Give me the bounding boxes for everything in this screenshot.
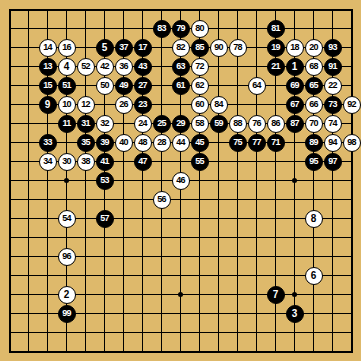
white-stone-18: 18 — [286, 39, 304, 57]
black-stone-97: 97 — [324, 153, 342, 171]
black-stone-33: 33 — [39, 134, 57, 152]
white-stone-24: 24 — [134, 115, 152, 133]
black-stone-63: 63 — [172, 58, 190, 76]
white-stone-94: 94 — [324, 134, 342, 152]
black-stone-69: 69 — [286, 77, 304, 95]
black-stone-91: 91 — [324, 58, 342, 76]
black-stone-77: 77 — [248, 134, 266, 152]
white-stone-32: 32 — [96, 115, 114, 133]
white-stone-82: 82 — [172, 39, 190, 57]
white-stone-76: 76 — [248, 115, 266, 133]
white-stone-44: 44 — [172, 134, 190, 152]
black-stone-39: 39 — [96, 134, 114, 152]
white-stone-42: 42 — [96, 58, 114, 76]
black-stone-47: 47 — [134, 153, 152, 171]
black-stone-21: 21 — [267, 58, 285, 76]
white-stone-68: 68 — [305, 58, 323, 76]
white-stone-78: 78 — [229, 39, 247, 57]
black-stone-57: 57 — [96, 210, 114, 228]
white-stone-10: 10 — [58, 96, 76, 114]
white-stone-30: 30 — [58, 153, 76, 171]
black-stone-71: 71 — [267, 134, 285, 152]
black-stone-37: 37 — [115, 39, 133, 57]
white-stone-56: 56 — [153, 191, 171, 209]
white-stone-90: 90 — [210, 39, 228, 57]
white-stone-96: 96 — [58, 248, 76, 266]
white-stone-14: 14 — [39, 39, 57, 57]
white-stone-50: 50 — [96, 77, 114, 95]
black-stone-61: 61 — [172, 77, 190, 95]
white-stone-8: 8 — [305, 210, 323, 228]
black-stone-83: 83 — [153, 20, 171, 38]
black-stone-9: 9 — [39, 96, 57, 114]
white-stone-52: 52 — [77, 58, 95, 76]
black-stone-81: 81 — [267, 20, 285, 38]
white-stone-28: 28 — [153, 134, 171, 152]
black-stone-11: 11 — [58, 115, 76, 133]
black-stone-75: 75 — [229, 134, 247, 152]
white-stone-36: 36 — [115, 58, 133, 76]
white-stone-40: 40 — [115, 134, 133, 152]
white-stone-64: 64 — [248, 77, 266, 95]
black-stone-41: 41 — [96, 153, 114, 171]
white-stone-92: 92 — [343, 96, 361, 114]
black-stone-59: 59 — [210, 115, 228, 133]
white-stone-62: 62 — [191, 77, 209, 95]
black-stone-15: 15 — [39, 77, 57, 95]
white-stone-48: 48 — [134, 134, 152, 152]
stones-layer: 8379808114165371782859078191820931345242… — [0, 0, 361, 361]
black-stone-93: 93 — [324, 39, 342, 57]
black-stone-5: 5 — [96, 39, 114, 57]
black-stone-49: 49 — [115, 77, 133, 95]
black-stone-23: 23 — [134, 96, 152, 114]
white-stone-66: 66 — [305, 96, 323, 114]
white-stone-74: 74 — [324, 115, 342, 133]
white-stone-4: 4 — [58, 58, 76, 76]
black-stone-27: 27 — [134, 77, 152, 95]
black-stone-35: 35 — [77, 134, 95, 152]
white-stone-20: 20 — [305, 39, 323, 57]
white-stone-34: 34 — [39, 153, 57, 171]
black-stone-73: 73 — [324, 96, 342, 114]
black-stone-87: 87 — [286, 115, 304, 133]
black-stone-17: 17 — [134, 39, 152, 57]
black-stone-85: 85 — [191, 39, 209, 57]
white-stone-22: 22 — [324, 77, 342, 95]
black-stone-95: 95 — [305, 153, 323, 171]
white-stone-98: 98 — [343, 134, 361, 152]
white-stone-38: 38 — [77, 153, 95, 171]
black-stone-51: 51 — [58, 77, 76, 95]
white-stone-6: 6 — [305, 267, 323, 285]
black-stone-1: 1 — [286, 58, 304, 76]
black-stone-25: 25 — [153, 115, 171, 133]
white-stone-58: 58 — [191, 115, 209, 133]
black-stone-89: 89 — [305, 134, 323, 152]
black-stone-13: 13 — [39, 58, 57, 76]
black-stone-55: 55 — [191, 153, 209, 171]
black-stone-3: 3 — [286, 305, 304, 323]
white-stone-2: 2 — [58, 286, 76, 304]
black-stone-99: 99 — [58, 305, 76, 323]
white-stone-86: 86 — [267, 115, 285, 133]
white-stone-54: 54 — [58, 210, 76, 228]
black-stone-53: 53 — [96, 172, 114, 190]
black-stone-79: 79 — [172, 20, 190, 38]
go-board: 8379808114165371782859078191820931345242… — [0, 0, 361, 361]
white-stone-80: 80 — [191, 20, 209, 38]
white-stone-70: 70 — [305, 115, 323, 133]
black-stone-7: 7 — [267, 286, 285, 304]
white-stone-12: 12 — [77, 96, 95, 114]
white-stone-88: 88 — [229, 115, 247, 133]
black-stone-31: 31 — [77, 115, 95, 133]
white-stone-60: 60 — [191, 96, 209, 114]
white-stone-46: 46 — [172, 172, 190, 190]
white-stone-72: 72 — [191, 58, 209, 76]
black-stone-67: 67 — [286, 96, 304, 114]
black-stone-19: 19 — [267, 39, 285, 57]
black-stone-45: 45 — [191, 134, 209, 152]
black-stone-43: 43 — [134, 58, 152, 76]
white-stone-16: 16 — [58, 39, 76, 57]
black-stone-65: 65 — [305, 77, 323, 95]
white-stone-26: 26 — [115, 96, 133, 114]
black-stone-29: 29 — [172, 115, 190, 133]
white-stone-84: 84 — [210, 96, 228, 114]
